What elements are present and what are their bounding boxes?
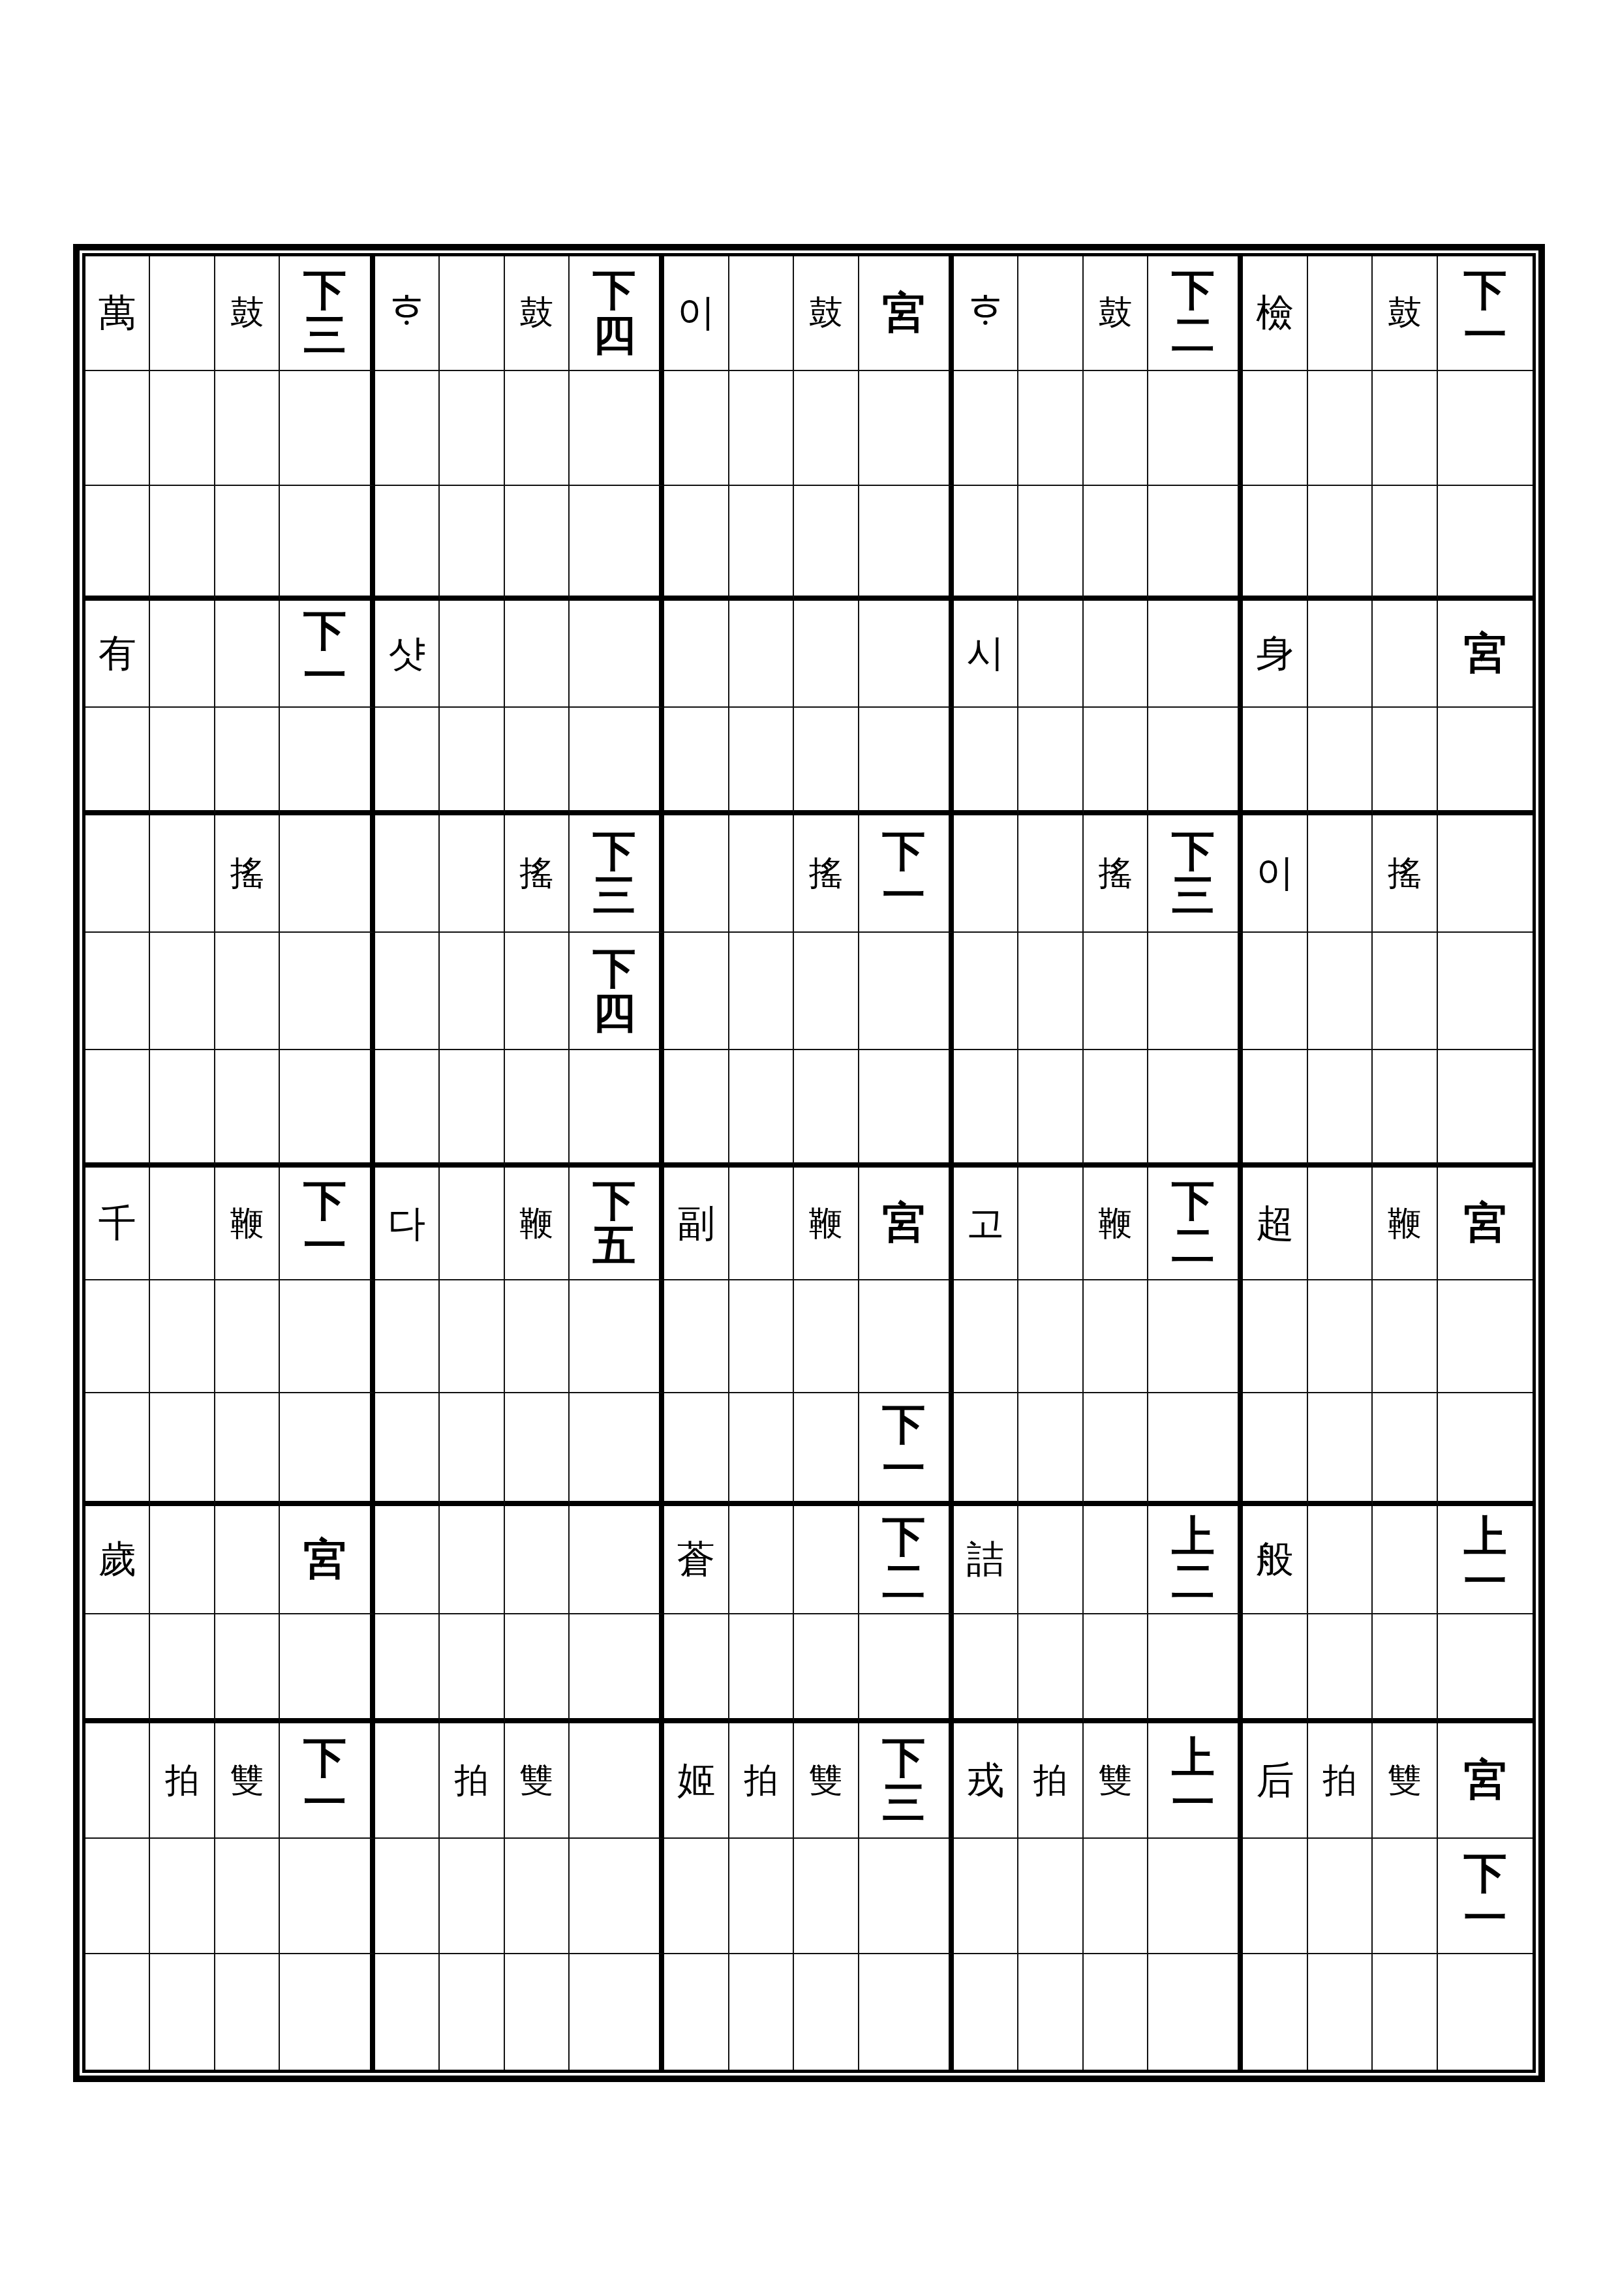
jeonggan-cell-lyric	[954, 1280, 1018, 1393]
jeonggan-cell-bak-clapper	[1308, 256, 1373, 371]
jeonggan-cell-bak-clapper	[440, 601, 504, 708]
jeonggan-cell-pitch	[280, 933, 374, 1050]
jeonggan-cell-drum: 雙	[505, 1723, 570, 1839]
drum-stroke-glyph: 鞭	[1098, 1207, 1132, 1241]
drum-stroke-glyph: 搖	[1098, 856, 1132, 890]
jeonggan-cell-pitch	[1148, 933, 1243, 1050]
jeonggan-cell-bak-clapper	[150, 1506, 215, 1615]
drum-stroke-glyph: 鼓	[1388, 296, 1422, 330]
jeonggan-cell-pitch	[1148, 1050, 1243, 1168]
drum-stroke-glyph: 鼓	[809, 296, 843, 330]
jeonggan-cell-lyric	[664, 1393, 729, 1506]
jeonggan-cell-bak-clapper	[729, 601, 794, 708]
jeonggan-cell-pitch	[570, 1506, 664, 1615]
jeonggan-cell-pitch	[280, 371, 374, 486]
jeonggan-cell-drum	[794, 708, 859, 815]
jeonggan-cell-bak-clapper	[1308, 1954, 1373, 2070]
jeonggan-cell-pitch	[570, 601, 664, 708]
jeonggan-cell-bak-clapper	[729, 486, 794, 601]
jeonggan-cell-drum	[505, 486, 570, 601]
jeonggan-cell-bak-clapper	[1308, 1050, 1373, 1168]
jeonggan-cell-drum: 鼓	[505, 256, 570, 371]
jeonggan-cell-drum	[1373, 933, 1437, 1050]
jeonggan-cell-pitch: 宮	[1438, 1723, 1533, 1839]
lyric-glyph: 시	[967, 635, 1005, 672]
drum-stroke-glyph: 雙	[230, 1764, 264, 1798]
jeonggan-cell-lyric	[85, 1954, 150, 2070]
jeonggan-cell-lyric: 歲	[85, 1506, 150, 1615]
jeonggan-cell-bak-clapper	[1018, 708, 1083, 815]
pitch-glyph: 下三	[303, 268, 346, 357]
jeonggan-cell-bak-clapper: 拍	[440, 1723, 504, 1839]
jeonggan-cell-bak-clapper	[150, 371, 215, 486]
lyric-glyph: 蒼	[677, 1541, 715, 1578]
jeonggan-cell-bak-clapper	[150, 486, 215, 601]
jeonggan-cell-bak-clapper	[440, 1839, 504, 1954]
pitch-glyph: 下三	[1172, 829, 1215, 918]
jeonggan-cell-lyric	[85, 1393, 150, 1506]
jeonggan-cell-bak-clapper: 拍	[150, 1723, 215, 1839]
jeonggan-cell-drum: 鞭	[215, 1168, 280, 1280]
jeonggan-cell-bak-clapper	[729, 1168, 794, 1280]
pitch-glyph: 宮	[882, 1201, 925, 1246]
jeonggan-cell-drum	[215, 1280, 280, 1393]
jeonggan-cell-lyric	[664, 815, 729, 933]
jeonggan-cell-bak-clapper	[1018, 1050, 1083, 1168]
jeonggan-cell-bak-clapper	[729, 1050, 794, 1168]
drum-stroke-glyph: 搖	[809, 856, 843, 890]
jeonggan-cell-pitch	[570, 1280, 664, 1393]
jeonggan-cell-pitch: 宮	[1438, 601, 1533, 708]
jeonggan-cell-drum: 鞭	[1084, 1168, 1148, 1280]
jeonggan-cell-bak-clapper	[729, 1280, 794, 1393]
jeonggan-cell-lyric	[1243, 1393, 1307, 1506]
drum-stroke-glyph: 搖	[1388, 856, 1422, 890]
jeonggan-cell-bak-clapper	[1018, 1506, 1083, 1615]
jeonggan-cell-pitch	[1148, 1954, 1243, 2070]
jeonggan-cell-pitch	[1438, 1050, 1533, 1168]
pitch-glyph: 下一	[303, 1179, 346, 1268]
jeonggan-cell-pitch	[280, 1050, 374, 1168]
pitch-glyph: 宮	[1463, 631, 1506, 676]
jeonggan-cell-pitch	[859, 1050, 954, 1168]
jeonggan-cell-bak-clapper: 拍	[729, 1723, 794, 1839]
jeonggan-cell-lyric	[375, 1614, 440, 1723]
jeonggan-cell-bak-clapper	[1018, 1839, 1083, 1954]
pitch-glyph: 上一	[1463, 1515, 1506, 1604]
jeonggan-cell-drum	[1373, 601, 1437, 708]
jeonggan-cell-lyric	[375, 1506, 440, 1615]
lyric-glyph: 이	[1256, 854, 1294, 892]
jeonggan-cell-drum	[1373, 371, 1437, 486]
jeonggan-cell-lyric	[375, 1839, 440, 1954]
jeonggan-cell-lyric	[375, 1280, 440, 1393]
jeonggan-cell-drum: 搖	[215, 815, 280, 933]
jeonggan-cell-lyric	[85, 1839, 150, 1954]
jeonggan-cell-pitch: 下四	[570, 256, 664, 371]
jeonggan-cell-bak-clapper	[150, 1954, 215, 2070]
jeonggan-cell-pitch	[570, 1614, 664, 1723]
jeonggan-cell-pitch	[570, 1723, 664, 1839]
jeonggan-cell-bak-clapper	[729, 815, 794, 933]
jeonggan-cell-drum	[794, 1954, 859, 2070]
jeonggan-cell-drum: 鼓	[1084, 256, 1148, 371]
jeonggan-cell-lyric	[954, 1050, 1018, 1168]
jeonggan-cell-pitch: 下一	[280, 1723, 374, 1839]
jeonggan-cell-pitch: 下二	[859, 1506, 954, 1615]
jeonggan-cell-bak-clapper	[729, 1506, 794, 1615]
lyric-glyph: 샷	[388, 635, 425, 672]
jeonggan-cell-drum: 搖	[794, 815, 859, 933]
bak-clapper-glyph: 拍	[744, 1764, 778, 1798]
pitch-glyph: 宮	[1463, 1758, 1506, 1803]
jeonggan-cell-pitch: 下二	[1148, 256, 1243, 371]
jeonggan-cell-bak-clapper	[440, 1280, 504, 1393]
jeonggan-cell-lyric	[375, 708, 440, 815]
pitch-glyph: 下二	[1172, 1179, 1215, 1268]
jeonggan-cell-pitch	[570, 1954, 664, 2070]
jeonggan-cell-drum	[794, 1506, 859, 1615]
jeonggan-cell-lyric	[664, 371, 729, 486]
jeonggan-cell-pitch: 下一	[859, 1393, 954, 1506]
jeonggan-cell-pitch: 下三	[1148, 815, 1243, 933]
jeonggan-cell-lyric	[1243, 1614, 1307, 1723]
pitch-glyph: 下二	[882, 1515, 925, 1604]
jeonggan-cell-drum: 鞭	[794, 1168, 859, 1280]
jeonggan-cell-lyric	[375, 1723, 440, 1839]
jeonggan-cell-drum	[794, 933, 859, 1050]
jeonggan-cell-drum	[794, 1614, 859, 1723]
jeonggan-cell-bak-clapper	[440, 1614, 504, 1723]
jeonggan-cell-lyric	[1243, 1050, 1307, 1168]
jeonggan-cell-bak-clapper	[729, 1614, 794, 1723]
jeongganbo-board-inner-frame: 萬鼓下三ᄒᆞ鼓下四이鼓宮ᄒᆞ鼓下二檢鼓下一有下一샷시身宮搖搖下三搖下一搖下三이搖…	[82, 253, 1536, 2073]
jeonggan-cell-drum	[1084, 371, 1148, 486]
jeonggan-cell-lyric	[375, 371, 440, 486]
jeonggan-cell-lyric: 이	[1243, 815, 1307, 933]
jeonggan-cell-bak-clapper	[150, 1168, 215, 1280]
pitch-glyph: 下三	[882, 1736, 925, 1825]
jeonggan-cell-lyric	[85, 708, 150, 815]
jeonggan-cell-pitch	[570, 371, 664, 486]
jeonggan-cell-lyric	[375, 1050, 440, 1168]
jeonggan-cell-drum	[1084, 708, 1148, 815]
jeonggan-cell-bak-clapper	[729, 708, 794, 815]
pitch-glyph: 上一	[1172, 1736, 1215, 1825]
jeonggan-cell-pitch	[859, 1954, 954, 2070]
pitch-glyph: 宮	[882, 291, 925, 336]
jeonggan-cell-pitch	[280, 1280, 374, 1393]
pitch-glyph: 下一	[303, 609, 346, 698]
jeonggan-cell-lyric	[85, 933, 150, 1050]
jeonggan-cell-pitch	[859, 933, 954, 1050]
pitch-glyph: 下一	[882, 829, 925, 918]
jeonggan-cell-drum	[505, 1954, 570, 2070]
jeonggan-cell-drum	[215, 601, 280, 708]
jeonggan-cell-pitch: 下一	[859, 815, 954, 933]
jeonggan-cell-drum	[1084, 1954, 1148, 2070]
bak-clapper-glyph: 拍	[1033, 1764, 1067, 1798]
jeonggan-cell-lyric	[954, 1839, 1018, 1954]
jeonggan-cell-drum	[1373, 1614, 1437, 1723]
jeonggan-cell-drum	[1373, 1506, 1437, 1615]
jeonggan-cell-drum	[1373, 1839, 1437, 1954]
jeonggan-cell-bak-clapper	[150, 1280, 215, 1393]
jeonggan-cell-lyric	[85, 815, 150, 933]
jeonggan-cell-bak-clapper	[729, 256, 794, 371]
jeonggan-cell-lyric	[85, 1723, 150, 1839]
jeonggan-cell-bak-clapper: 拍	[1018, 1723, 1083, 1839]
drum-stroke-glyph: 鞭	[230, 1207, 264, 1241]
jeonggan-cell-bak-clapper	[1308, 1839, 1373, 1954]
lyric-glyph: 이	[677, 294, 715, 332]
jeonggan-cell-lyric	[85, 1280, 150, 1393]
jeonggan-cell-drum	[215, 1614, 280, 1723]
jeonggan-cell-drum: 雙	[215, 1723, 280, 1839]
jeonggan-cell-pitch: 上一	[1438, 1506, 1533, 1615]
jeonggan-cell-lyric	[1243, 1954, 1307, 2070]
jeonggan-cell-pitch	[280, 708, 374, 815]
jeonggan-cell-pitch	[1438, 708, 1533, 815]
jeonggan-cell-pitch	[1438, 486, 1533, 601]
jeonggan-cell-lyric	[1243, 1839, 1307, 1954]
drum-stroke-glyph: 雙	[1098, 1764, 1132, 1798]
jeonggan-cell-bak-clapper	[150, 1614, 215, 1723]
jeonggan-cell-lyric	[375, 1954, 440, 2070]
lyric-glyph: 有	[99, 635, 136, 672]
jeonggan-cell-bak-clapper	[1018, 1614, 1083, 1723]
jeonggan-cell-drum	[1373, 1280, 1437, 1393]
drum-stroke-glyph: 鞭	[809, 1207, 843, 1241]
jeonggan-cell-pitch	[570, 1050, 664, 1168]
jeonggan-cell-drum	[1084, 601, 1148, 708]
jeonggan-cell-drum	[1084, 1839, 1148, 1954]
jeonggan-cell-pitch: 宮	[280, 1506, 374, 1615]
jeonggan-cell-bak-clapper	[440, 1506, 504, 1615]
jeonggan-cell-lyric: 身	[1243, 601, 1307, 708]
jeonggan-cell-bak-clapper	[440, 1168, 504, 1280]
jeonggan-cell-pitch	[1148, 1280, 1243, 1393]
jeonggan-cell-pitch	[570, 708, 664, 815]
jeonggan-cell-bak-clapper	[440, 1050, 504, 1168]
jeonggan-cell-pitch: 上一	[1148, 1723, 1243, 1839]
pitch-glyph: 下一	[1463, 268, 1506, 357]
jeonggan-cell-lyric: 有	[85, 601, 150, 708]
jeonggan-cell-bak-clapper	[729, 1954, 794, 2070]
jeonggan-cell-drum	[794, 371, 859, 486]
jeonggan-cell-pitch	[1438, 1393, 1533, 1506]
jeonggan-cell-drum	[794, 1280, 859, 1393]
jeonggan-cell-lyric: 千	[85, 1168, 150, 1280]
jeonggan-cell-drum	[794, 601, 859, 708]
jeonggan-cell-pitch: 下二	[1148, 1168, 1243, 1280]
jeonggan-cell-lyric	[954, 933, 1018, 1050]
drum-stroke-glyph: 雙	[809, 1764, 843, 1798]
jeonggan-cell-pitch: 上二	[1148, 1506, 1243, 1615]
pitch-glyph: 下四	[593, 268, 636, 357]
jeonggan-cell-drum: 搖	[1373, 815, 1437, 933]
jeonggan-cell-lyric	[85, 371, 150, 486]
jeonggan-cell-drum	[505, 708, 570, 815]
jeonggan-cell-pitch: 下一	[280, 1168, 374, 1280]
jeonggan-cell-drum	[1373, 486, 1437, 601]
jeonggan-cell-drum	[1084, 1393, 1148, 1506]
score-page: 萬鼓下三ᄒᆞ鼓下四이鼓宮ᄒᆞ鼓下二檢鼓下一有下一샷시身宮搖搖下三搖下一搖下三이搖…	[0, 0, 1618, 2296]
jeonggan-cell-pitch: 宮	[859, 1168, 954, 1280]
lyric-glyph: 고	[967, 1205, 1005, 1243]
jeonggan-cell-pitch: 宮	[859, 256, 954, 371]
jeonggan-cell-pitch	[1148, 601, 1243, 708]
jeonggan-cell-lyric	[664, 708, 729, 815]
jeonggan-cell-bak-clapper	[150, 1839, 215, 1954]
lyric-glyph: 詰	[967, 1541, 1005, 1578]
jeonggan-cell-bak-clapper	[1018, 371, 1083, 486]
jeonggan-cell-drum	[794, 486, 859, 601]
lyric-glyph: 戎	[967, 1762, 1005, 1800]
lyric-glyph: 般	[1256, 1541, 1294, 1578]
jeonggan-cell-lyric	[954, 1954, 1018, 2070]
jeonggan-cell-bak-clapper	[1018, 256, 1083, 371]
lyric-glyph: ᄒᆞ	[389, 294, 424, 332]
lyric-glyph: 千	[99, 1205, 136, 1243]
jeonggan-cell-lyric	[664, 1050, 729, 1168]
jeonggan-cell-drum: 鼓	[794, 256, 859, 371]
jeonggan-cell-pitch	[1148, 371, 1243, 486]
drum-stroke-glyph: 搖	[519, 856, 553, 890]
jeonggan-cell-lyric	[1243, 1280, 1307, 1393]
jeonggan-cell-bak-clapper	[440, 486, 504, 601]
pitch-glyph: 下五	[593, 1179, 636, 1268]
drum-stroke-glyph: 鞭	[1388, 1207, 1422, 1241]
jeonggan-cell-bak-clapper	[150, 1050, 215, 1168]
jeonggan-cell-lyric	[1243, 933, 1307, 1050]
jeonggan-cell-lyric: 副	[664, 1168, 729, 1280]
jeonggan-cell-lyric: 戎	[954, 1723, 1018, 1839]
jeongganbo-grid: 萬鼓下三ᄒᆞ鼓下四이鼓宮ᄒᆞ鼓下二檢鼓下一有下一샷시身宮搖搖下三搖下一搖下三이搖…	[85, 256, 1533, 2070]
jeonggan-cell-pitch	[1148, 1839, 1243, 1954]
jeonggan-cell-drum: 鞭	[505, 1168, 570, 1280]
drum-stroke-glyph: 鞭	[519, 1207, 553, 1241]
jeonggan-cell-bak-clapper	[150, 708, 215, 815]
jeonggan-cell-bak-clapper	[440, 708, 504, 815]
jeonggan-cell-drum	[505, 1280, 570, 1393]
jeonggan-cell-bak-clapper	[1018, 601, 1083, 708]
jeonggan-cell-drum	[505, 371, 570, 486]
jeonggan-cell-lyric: 샷	[375, 601, 440, 708]
jeonggan-cell-pitch: 下四	[570, 933, 664, 1050]
jeonggan-cell-drum	[505, 933, 570, 1050]
jeonggan-cell-pitch: 下三	[570, 815, 664, 933]
jeonggan-cell-drum	[215, 1050, 280, 1168]
jeonggan-cell-bak-clapper	[1018, 1280, 1083, 1393]
jeonggan-cell-lyric	[1243, 708, 1307, 815]
jeonggan-cell-lyric	[664, 601, 729, 708]
jeonggan-cell-drum	[215, 371, 280, 486]
jeonggan-cell-lyric	[954, 1393, 1018, 1506]
jeonggan-cell-lyric	[664, 1280, 729, 1393]
jeonggan-cell-drum	[505, 1393, 570, 1506]
jeonggan-cell-bak-clapper	[1308, 486, 1373, 601]
pitch-glyph: 下一	[882, 1402, 925, 1492]
jeonggan-cell-bak-clapper	[729, 933, 794, 1050]
jeonggan-cell-bak-clapper	[440, 256, 504, 371]
jeonggan-cell-bak-clapper	[729, 371, 794, 486]
jeonggan-cell-pitch	[859, 486, 954, 601]
jeonggan-cell-lyric: ᄒᆞ	[954, 256, 1018, 371]
jeonggan-cell-drum	[215, 486, 280, 601]
jeonggan-cell-drum	[1373, 1050, 1437, 1168]
jeonggan-cell-drum: 雙	[1373, 1723, 1437, 1839]
jeonggan-cell-pitch	[859, 1614, 954, 1723]
jeonggan-cell-pitch: 下一	[1438, 256, 1533, 371]
jeonggan-cell-drum: 搖	[1084, 815, 1148, 933]
jeonggan-cell-bak-clapper	[150, 601, 215, 708]
jeonggan-cell-bak-clapper	[440, 371, 504, 486]
jeonggan-cell-bak-clapper	[1018, 933, 1083, 1050]
drum-stroke-glyph: 雙	[519, 1764, 553, 1798]
jeonggan-cell-bak-clapper	[1308, 601, 1373, 708]
pitch-glyph: 宮	[303, 1537, 346, 1582]
jeonggan-cell-drum	[1373, 708, 1437, 815]
lyric-glyph: 歲	[99, 1541, 136, 1578]
jeonggan-cell-drum	[1084, 1614, 1148, 1723]
jeonggan-cell-pitch	[1148, 1614, 1243, 1723]
bak-clapper-glyph: 拍	[165, 1764, 199, 1798]
jeonggan-cell-bak-clapper	[1308, 371, 1373, 486]
jeonggan-cell-bak-clapper	[440, 1393, 504, 1506]
jeonggan-cell-pitch: 下三	[859, 1723, 954, 1839]
jeonggan-cell-pitch	[859, 601, 954, 708]
jeonggan-cell-lyric	[664, 486, 729, 601]
jeonggan-cell-drum	[1084, 1506, 1148, 1615]
drum-stroke-glyph: 鼓	[519, 296, 553, 330]
jeonggan-cell-drum	[794, 1839, 859, 1954]
jeonggan-cell-lyric	[1243, 371, 1307, 486]
jeonggan-cell-bak-clapper	[150, 815, 215, 933]
jeonggan-cell-lyric	[85, 486, 150, 601]
lyric-glyph: 萬	[99, 294, 136, 332]
jeonggan-cell-drum: 搖	[505, 815, 570, 933]
jeonggan-cell-bak-clapper	[729, 1393, 794, 1506]
jeonggan-cell-lyric	[954, 1614, 1018, 1723]
jeonggan-cell-lyric: 檢	[1243, 256, 1307, 371]
jeonggan-cell-lyric	[664, 1839, 729, 1954]
jeonggan-cell-bak-clapper	[1308, 1506, 1373, 1615]
jeonggan-cell-bak-clapper	[1308, 1168, 1373, 1280]
jeonggan-cell-bak-clapper	[440, 933, 504, 1050]
lyric-glyph: 超	[1256, 1205, 1294, 1243]
jeonggan-cell-lyric	[375, 815, 440, 933]
jeonggan-cell-drum: 鼓	[215, 256, 280, 371]
jeonggan-cell-pitch	[1438, 933, 1533, 1050]
pitch-glyph: 上二	[1172, 1515, 1215, 1604]
pitch-glyph: 下一	[303, 1736, 346, 1825]
drum-stroke-glyph: 鼓	[1098, 296, 1132, 330]
jeonggan-cell-lyric: 蒼	[664, 1506, 729, 1615]
jeonggan-cell-bak-clapper	[1308, 1280, 1373, 1393]
jeonggan-cell-lyric	[375, 933, 440, 1050]
jeonggan-cell-pitch: 宮	[1438, 1168, 1533, 1280]
lyric-glyph: 姬	[677, 1762, 715, 1800]
bak-clapper-glyph: 拍	[455, 1764, 489, 1798]
jeonggan-cell-drum: 雙	[794, 1723, 859, 1839]
jeonggan-cell-pitch	[859, 708, 954, 815]
jeonggan-cell-bak-clapper	[1018, 815, 1083, 933]
jeonggan-cell-bak-clapper	[440, 1954, 504, 2070]
drum-stroke-glyph: 雙	[1388, 1764, 1422, 1798]
jeonggan-cell-pitch	[859, 371, 954, 486]
pitch-glyph: 宮	[1463, 1201, 1506, 1246]
